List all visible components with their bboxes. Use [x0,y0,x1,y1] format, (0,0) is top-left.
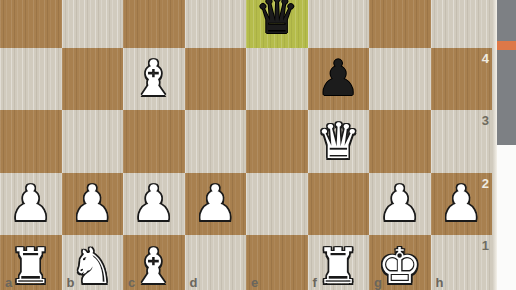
square-g2[interactable]: ♟ [369,173,431,236]
square-a4[interactable] [0,48,62,111]
square-c3[interactable] [123,110,185,173]
square-f2[interactable] [308,173,370,236]
square-c2[interactable]: ♟ [123,173,185,236]
file-label-d: d [190,276,198,289]
square-a5[interactable] [0,0,62,48]
rank-label-1: 1 [482,239,489,252]
white-rook: ♜ [316,242,360,290]
rank-label-2: 2 [482,177,489,190]
chess-board-grid: ♛♝♟♛♟♟♟♟♟♟♜♞♝♜♚ [0,0,492,290]
square-d3[interactable] [185,110,247,173]
square-e5[interactable]: ♛ [246,0,308,48]
black-pawn: ♟ [316,54,360,103]
white-pawn: ♟ [193,179,237,228]
white-pawn: ♟ [9,179,53,228]
chess-board: ♛♝♟♛♟♟♟♟♟♟♜♞♝♜♚ 54321 abcdefgh [0,0,492,290]
square-a3[interactable] [0,110,62,173]
square-g5[interactable] [369,0,431,48]
square-c4[interactable]: ♝ [123,48,185,111]
square-b3[interactable] [62,110,124,173]
square-d2[interactable]: ♟ [185,173,247,236]
square-f3[interactable]: ♛ [308,110,370,173]
file-label-b: b [67,276,75,289]
white-bishop: ♝ [132,54,176,103]
square-b5[interactable] [62,0,124,48]
chess-app-screen: ♛♝♟♛♟♟♟♟♟♟♜♞♝♜♚ 54321 abcdefgh [0,0,516,290]
square-f4[interactable]: ♟ [308,48,370,111]
white-bishop: ♝ [132,242,176,290]
white-pawn: ♟ [132,179,176,228]
square-c5[interactable] [123,0,185,48]
white-pawn: ♟ [70,179,114,228]
square-g3[interactable] [369,110,431,173]
file-label-e: e [251,276,258,289]
file-label-h: h [436,276,444,289]
file-label-a: a [5,276,12,289]
square-b4[interactable] [62,48,124,111]
square-a2[interactable]: ♟ [0,173,62,236]
scrollbar-gray-segment[interactable] [497,0,516,145]
file-label-c: c [128,276,135,289]
square-e4[interactable] [246,48,308,111]
black-queen: ♛ [255,0,299,41]
square-d5[interactable] [185,0,247,48]
square-f5[interactable] [308,0,370,48]
white-rook: ♜ [9,242,53,290]
white-knight: ♞ [70,242,114,290]
rank-label-4: 4 [482,52,489,65]
file-label-g: g [374,276,382,289]
white-king: ♚ [378,242,422,290]
white-pawn: ♟ [378,179,422,228]
white-queen: ♛ [316,117,360,166]
square-e2[interactable] [246,173,308,236]
square-h5[interactable] [431,0,493,48]
rank-label-5: 5 [482,0,489,2]
scrollbar-orange-marker[interactable] [497,41,516,50]
rank-label-3: 3 [482,114,489,127]
square-g4[interactable] [369,48,431,111]
file-label-f: f [313,276,317,289]
side-scrollbar-track[interactable] [497,0,516,290]
white-pawn: ♟ [439,179,483,228]
square-d4[interactable] [185,48,247,111]
square-e3[interactable] [246,110,308,173]
square-b2[interactable]: ♟ [62,173,124,236]
